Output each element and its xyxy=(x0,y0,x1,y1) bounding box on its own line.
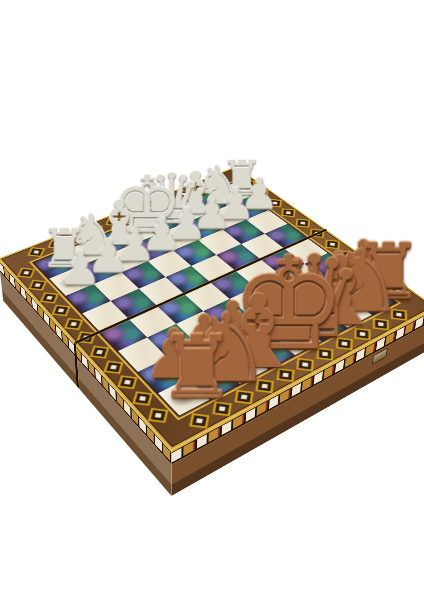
inlay-diamond-motif xyxy=(142,203,158,212)
fold-seam-side xyxy=(74,342,79,389)
piece-copper-rook[interactable]: ♜ xyxy=(157,379,209,417)
inlay-diamond-motif xyxy=(241,180,255,188)
clasp-latch-icon xyxy=(372,348,388,365)
board-perspective-wrap: ♜♞♝♚♛♝♞♜♟♟♟♟♟♟♟♟♟♟♟♟♟♟♟♟♜♞♝♚♛♝♞♜ xyxy=(54,126,366,438)
inlay-diamond-motif xyxy=(90,346,110,359)
inlay-diamond-motif xyxy=(103,360,123,374)
chess-piece-glyph: ♜ xyxy=(158,324,236,411)
inlay-diamond-motif xyxy=(210,177,225,185)
inlay-diamond-motif xyxy=(267,199,282,208)
inlay-diamond-motif xyxy=(118,375,138,389)
inlay-diamond-motif xyxy=(281,208,296,217)
inlay-diamond-motif xyxy=(52,305,71,317)
inlay-diamond-motif xyxy=(193,183,208,191)
inlay-diamond-motif xyxy=(105,217,122,226)
inlay-diamond-motif xyxy=(254,189,268,197)
chess-board: ♜♞♝♚♛♝♞♜♟♟♟♟♟♟♟♟♟♟♟♟♟♟♟♟♜♞♝♚♛♝♞♜ xyxy=(0,166,424,450)
inlay-diamond-motif xyxy=(177,190,192,199)
inlay-diamond-motif xyxy=(159,196,175,205)
inlay-diamond-motif xyxy=(132,391,152,406)
chess-set-photo: ♜♞♝♚♛♝♞♜♟♟♟♟♟♟♟♟♟♟♟♟♟♟♟♟♜♞♝♚♛♝♞♜ xyxy=(0,0,424,600)
chess-piece-glyph: ♟ xyxy=(59,244,101,291)
inlay-diamond-motif xyxy=(295,218,310,227)
board-top-face: ♜♞♝♚♛♝♞♜♟♟♟♟♟♟♟♟♟♟♟♟♟♟♟♟♜♞♝♚♛♝♞♜ xyxy=(0,166,424,450)
